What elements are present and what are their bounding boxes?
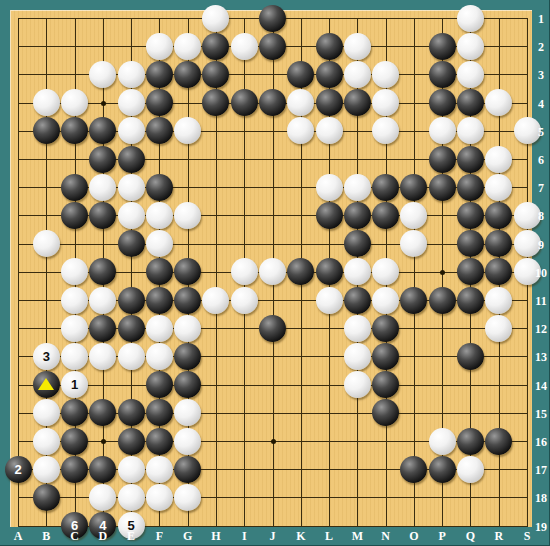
black-stone-Q7[interactable] bbox=[457, 174, 484, 201]
black-stone-H2[interactable] bbox=[202, 33, 229, 60]
white-stone-L7[interactable] bbox=[316, 174, 343, 201]
white-stone-F9[interactable] bbox=[146, 230, 173, 257]
black-stone-P2[interactable] bbox=[429, 33, 456, 60]
black-stone-J1[interactable] bbox=[259, 5, 286, 32]
black-stone-F7[interactable] bbox=[146, 174, 173, 201]
black-stone-K3[interactable] bbox=[287, 61, 314, 88]
white-stone-E13[interactable] bbox=[118, 343, 145, 370]
black-stone-O7[interactable] bbox=[400, 174, 427, 201]
white-stone-I10[interactable] bbox=[231, 258, 258, 285]
black-stone-L2[interactable] bbox=[316, 33, 343, 60]
black-stone-N12[interactable] bbox=[372, 315, 399, 342]
black-stone-L8[interactable] bbox=[316, 202, 343, 229]
column-label-B: B bbox=[38, 529, 54, 544]
black-stone-B5[interactable] bbox=[33, 117, 60, 144]
row-label-7: 7 bbox=[533, 181, 549, 196]
white-stone-M12[interactable] bbox=[344, 315, 371, 342]
black-stone-I4[interactable] bbox=[231, 89, 258, 116]
black-stone-F11[interactable] bbox=[146, 287, 173, 314]
black-stone-D12[interactable] bbox=[89, 315, 116, 342]
black-stone-P7[interactable] bbox=[429, 174, 456, 201]
row-label-17: 17 bbox=[533, 463, 549, 478]
white-stone-C14[interactable]: 1 bbox=[61, 371, 88, 398]
black-stone-N8[interactable] bbox=[372, 202, 399, 229]
black-stone-G11[interactable] bbox=[174, 287, 201, 314]
white-stone-M13[interactable] bbox=[344, 343, 371, 370]
black-stone-M4[interactable] bbox=[344, 89, 371, 116]
move-number-label: 2 bbox=[14, 463, 21, 476]
column-label-E: E bbox=[123, 529, 139, 544]
white-stone-C11[interactable] bbox=[61, 287, 88, 314]
black-stone-P17[interactable] bbox=[429, 456, 456, 483]
black-stone-M9[interactable] bbox=[344, 230, 371, 257]
black-stone-G17[interactable] bbox=[174, 456, 201, 483]
column-label-P: P bbox=[434, 529, 450, 544]
black-stone-D6[interactable] bbox=[89, 146, 116, 173]
column-label-I: I bbox=[236, 529, 252, 544]
white-stone-M2[interactable] bbox=[344, 33, 371, 60]
black-stone-J12[interactable] bbox=[259, 315, 286, 342]
black-stone-M8[interactable] bbox=[344, 202, 371, 229]
white-stone-E7[interactable] bbox=[118, 174, 145, 201]
black-stone-F3[interactable] bbox=[146, 61, 173, 88]
black-stone-F10[interactable] bbox=[146, 258, 173, 285]
column-label-F: F bbox=[151, 529, 167, 544]
white-stone-L11[interactable] bbox=[316, 287, 343, 314]
column-label-K: K bbox=[293, 529, 309, 544]
row-label-8: 8 bbox=[533, 209, 549, 224]
white-stone-M14[interactable] bbox=[344, 371, 371, 398]
black-stone-J4[interactable] bbox=[259, 89, 286, 116]
white-stone-B17[interactable] bbox=[33, 456, 60, 483]
row-label-3: 3 bbox=[533, 68, 549, 83]
black-stone-P4[interactable] bbox=[429, 89, 456, 116]
row-label-5: 5 bbox=[533, 125, 549, 140]
white-stone-Q3[interactable] bbox=[457, 61, 484, 88]
black-stone-F14[interactable] bbox=[146, 371, 173, 398]
white-stone-G16[interactable] bbox=[174, 428, 201, 455]
black-stone-R8[interactable] bbox=[485, 202, 512, 229]
column-label-N: N bbox=[378, 529, 394, 544]
column-label-J: J bbox=[265, 529, 281, 544]
black-stone-N13[interactable] bbox=[372, 343, 399, 370]
black-stone-F16[interactable] bbox=[146, 428, 173, 455]
white-stone-H11[interactable] bbox=[202, 287, 229, 314]
triangle-mark-icon bbox=[38, 378, 54, 390]
black-stone-D17[interactable] bbox=[89, 456, 116, 483]
white-stone-E18[interactable] bbox=[118, 484, 145, 511]
white-stone-I11[interactable] bbox=[231, 287, 258, 314]
black-stone-E16[interactable] bbox=[118, 428, 145, 455]
white-stone-F13[interactable] bbox=[146, 343, 173, 370]
row-label-1: 1 bbox=[533, 12, 549, 27]
star-point bbox=[271, 439, 276, 444]
row-label-4: 4 bbox=[533, 97, 549, 112]
column-label-Q: Q bbox=[462, 529, 478, 544]
white-stone-G12[interactable] bbox=[174, 315, 201, 342]
white-stone-R7[interactable] bbox=[485, 174, 512, 201]
white-stone-E3[interactable] bbox=[118, 61, 145, 88]
black-stone-B14[interactable] bbox=[33, 371, 60, 398]
black-stone-P6[interactable] bbox=[429, 146, 456, 173]
black-stone-C17[interactable] bbox=[61, 456, 88, 483]
black-stone-M11[interactable] bbox=[344, 287, 371, 314]
white-stone-D11[interactable] bbox=[89, 287, 116, 314]
grid-line-v bbox=[414, 18, 415, 527]
column-label-D: D bbox=[95, 529, 111, 544]
white-stone-R12[interactable] bbox=[485, 315, 512, 342]
white-stone-C12[interactable] bbox=[61, 315, 88, 342]
row-label-13: 13 bbox=[533, 350, 549, 365]
column-label-M: M bbox=[349, 529, 365, 544]
black-stone-Q4[interactable] bbox=[457, 89, 484, 116]
white-stone-E8[interactable] bbox=[118, 202, 145, 229]
black-stone-G3[interactable] bbox=[174, 61, 201, 88]
white-stone-Q2[interactable] bbox=[457, 33, 484, 60]
white-stone-B13[interactable]: 3 bbox=[33, 343, 60, 370]
white-stone-F8[interactable] bbox=[146, 202, 173, 229]
column-label-R: R bbox=[491, 529, 507, 544]
row-label-6: 6 bbox=[533, 153, 549, 168]
black-stone-E11[interactable] bbox=[118, 287, 145, 314]
black-stone-A17[interactable]: 2 bbox=[5, 456, 32, 483]
white-stone-R6[interactable] bbox=[485, 146, 512, 173]
black-stone-C8[interactable] bbox=[61, 202, 88, 229]
star-point bbox=[440, 270, 445, 275]
white-stone-E4[interactable] bbox=[118, 89, 145, 116]
row-label-10: 10 bbox=[533, 266, 549, 281]
white-stone-E17[interactable] bbox=[118, 456, 145, 483]
row-label-9: 9 bbox=[533, 238, 549, 253]
star-point bbox=[101, 101, 106, 106]
white-stone-H1[interactable] bbox=[202, 5, 229, 32]
go-board-window: 312645ABCDEFGHIJKLMNOPQRS123456789101112… bbox=[0, 0, 550, 546]
column-label-A: A bbox=[10, 529, 26, 544]
white-stone-P5[interactable] bbox=[429, 117, 456, 144]
white-stone-G18[interactable] bbox=[174, 484, 201, 511]
black-stone-P11[interactable] bbox=[429, 287, 456, 314]
white-stone-R11[interactable] bbox=[485, 287, 512, 314]
black-stone-C16[interactable] bbox=[61, 428, 88, 455]
black-stone-E9[interactable] bbox=[118, 230, 145, 257]
row-label-15: 15 bbox=[533, 407, 549, 422]
white-stone-F17[interactable] bbox=[146, 456, 173, 483]
white-stone-F18[interactable] bbox=[146, 484, 173, 511]
black-stone-C7[interactable] bbox=[61, 174, 88, 201]
black-stone-E12[interactable] bbox=[118, 315, 145, 342]
row-label-16: 16 bbox=[533, 435, 549, 450]
black-stone-L4[interactable] bbox=[316, 89, 343, 116]
black-stone-L10[interactable] bbox=[316, 258, 343, 285]
grid-line-v bbox=[18, 18, 19, 527]
white-stone-M10[interactable] bbox=[344, 258, 371, 285]
white-stone-N3[interactable] bbox=[372, 61, 399, 88]
row-label-11: 11 bbox=[533, 294, 549, 309]
black-stone-O11[interactable] bbox=[400, 287, 427, 314]
black-stone-G13[interactable] bbox=[174, 343, 201, 370]
star-point bbox=[101, 439, 106, 444]
white-stone-Q17[interactable] bbox=[457, 456, 484, 483]
black-stone-F15[interactable] bbox=[146, 399, 173, 426]
column-label-L: L bbox=[321, 529, 337, 544]
black-stone-E6[interactable] bbox=[118, 146, 145, 173]
black-stone-Q8[interactable] bbox=[457, 202, 484, 229]
white-stone-Q1[interactable] bbox=[457, 5, 484, 32]
black-stone-F4[interactable] bbox=[146, 89, 173, 116]
white-stone-B9[interactable] bbox=[33, 230, 60, 257]
move-number-label: 1 bbox=[71, 378, 78, 391]
black-stone-O17[interactable] bbox=[400, 456, 427, 483]
white-stone-G8[interactable] bbox=[174, 202, 201, 229]
row-label-12: 12 bbox=[533, 322, 549, 337]
column-label-O: O bbox=[406, 529, 422, 544]
white-stone-N11[interactable] bbox=[372, 287, 399, 314]
black-stone-E15[interactable] bbox=[118, 399, 145, 426]
black-stone-L3[interactable] bbox=[316, 61, 343, 88]
column-label-C: C bbox=[67, 529, 83, 544]
white-stone-I2[interactable] bbox=[231, 33, 258, 60]
white-stone-D7[interactable] bbox=[89, 174, 116, 201]
black-stone-R16[interactable] bbox=[485, 428, 512, 455]
white-stone-B16[interactable] bbox=[33, 428, 60, 455]
white-stone-F12[interactable] bbox=[146, 315, 173, 342]
white-stone-B4[interactable] bbox=[33, 89, 60, 116]
row-label-2: 2 bbox=[533, 40, 549, 55]
black-stone-F5[interactable] bbox=[146, 117, 173, 144]
black-stone-P3[interactable] bbox=[429, 61, 456, 88]
black-stone-Q13[interactable] bbox=[457, 343, 484, 370]
white-stone-B15[interactable] bbox=[33, 399, 60, 426]
white-stone-F2[interactable] bbox=[146, 33, 173, 60]
white-stone-E5[interactable] bbox=[118, 117, 145, 144]
black-stone-N7[interactable] bbox=[372, 174, 399, 201]
white-stone-C13[interactable] bbox=[61, 343, 88, 370]
column-label-H: H bbox=[208, 529, 224, 544]
white-stone-M7[interactable] bbox=[344, 174, 371, 201]
column-label-G: G bbox=[180, 529, 196, 544]
black-stone-Q16[interactable] bbox=[457, 428, 484, 455]
row-label-14: 14 bbox=[533, 379, 549, 394]
black-stone-B18[interactable] bbox=[33, 484, 60, 511]
white-stone-L5[interactable] bbox=[316, 117, 343, 144]
row-label-19: 19 bbox=[533, 520, 549, 535]
black-stone-Q11[interactable] bbox=[457, 287, 484, 314]
white-stone-G2[interactable] bbox=[174, 33, 201, 60]
black-stone-J2[interactable] bbox=[259, 33, 286, 60]
move-number-label: 3 bbox=[43, 350, 50, 363]
row-label-18: 18 bbox=[533, 491, 549, 506]
white-stone-M3[interactable] bbox=[344, 61, 371, 88]
black-stone-Q6[interactable] bbox=[457, 146, 484, 173]
white-stone-C4[interactable] bbox=[61, 89, 88, 116]
black-stone-Q9[interactable] bbox=[457, 230, 484, 257]
white-stone-P16[interactable] bbox=[429, 428, 456, 455]
